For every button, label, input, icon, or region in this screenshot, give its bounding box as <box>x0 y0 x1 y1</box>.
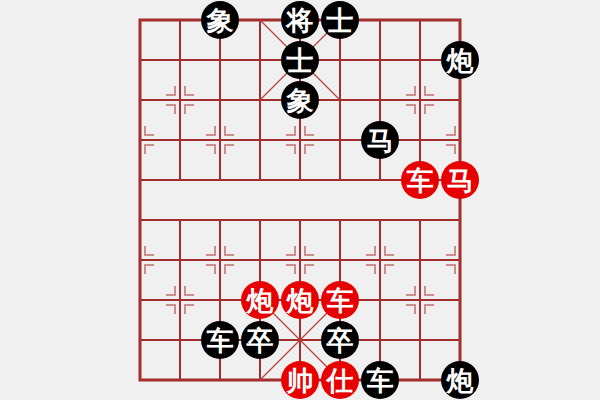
piece-black-advisor-1[interactable]: 士 <box>321 1 359 39</box>
piece-black-elephant-1[interactable]: 象 <box>201 1 239 39</box>
piece-black-general[interactable]: 将 <box>281 1 319 39</box>
piece-red-chariot-2[interactable]: 车 <box>321 281 359 319</box>
piece-black-cannon-1[interactable]: 炮 <box>441 41 479 79</box>
piece-red-advisor-1[interactable]: 仕 <box>321 361 359 399</box>
piece-black-pawn-1[interactable]: 卒 <box>241 321 279 359</box>
piece-black-horse-1[interactable]: 马 <box>361 121 399 159</box>
piece-red-horse-1[interactable]: 马 <box>441 161 479 199</box>
piece-black-cannon-2[interactable]: 炮 <box>441 361 479 399</box>
xiangqi-board: 象将士士炮象马车马炮炮车车卒卒帅仕车炮 <box>0 0 600 400</box>
piece-black-advisor-2[interactable]: 士 <box>281 41 319 79</box>
piece-red-general[interactable]: 帅 <box>281 361 319 399</box>
board-grid: 象将士士炮象马车马炮炮车车卒卒帅仕车炮 <box>120 0 480 400</box>
piece-black-chariot-2[interactable]: 车 <box>361 361 399 399</box>
piece-red-chariot-1[interactable]: 车 <box>401 161 439 199</box>
piece-red-cannon-2[interactable]: 炮 <box>281 281 319 319</box>
piece-red-cannon-1[interactable]: 炮 <box>241 281 279 319</box>
piece-black-elephant-2[interactable]: 象 <box>281 81 319 119</box>
piece-black-chariot-1[interactable]: 车 <box>201 321 239 359</box>
piece-black-pawn-2[interactable]: 卒 <box>321 321 359 359</box>
